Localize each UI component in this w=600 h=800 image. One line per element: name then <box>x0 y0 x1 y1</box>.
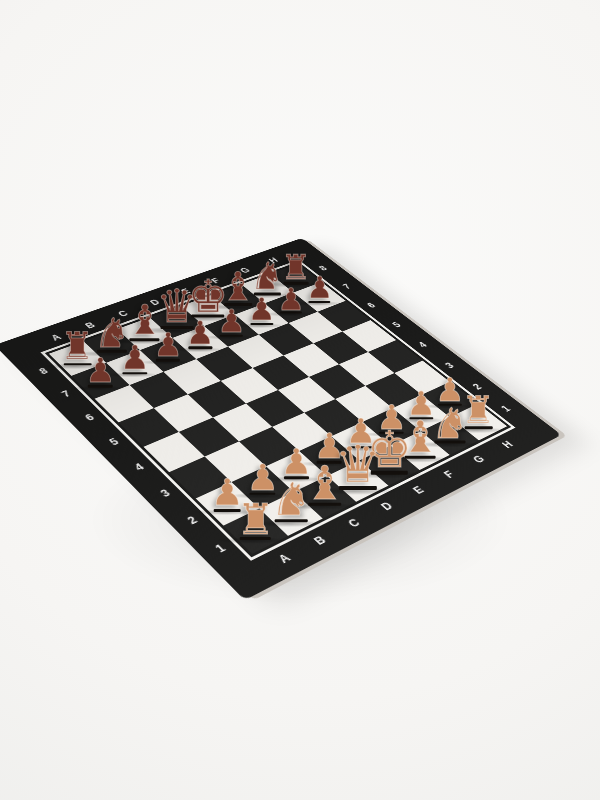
black-pawn-icon: ♟ <box>79 354 123 388</box>
white-rook-icon: ♜ <box>228 498 283 541</box>
pieces-layer: ♜♞♝♛♚♝♞♜♟♟♟♟♟♟♟♟♟♟♟♟♟♟♟♟♜♞♝♛♚♝♞♜ <box>0 0 600 800</box>
piece-black-pawn-a7[interactable]: ♟ <box>79 354 123 389</box>
photo-stage: AABBCCDDEEFFGGHH8877665544332211 ♜♞♝♛♚♝♞… <box>0 0 600 800</box>
piece-white-rook-a1[interactable]: ♜ <box>228 498 283 542</box>
